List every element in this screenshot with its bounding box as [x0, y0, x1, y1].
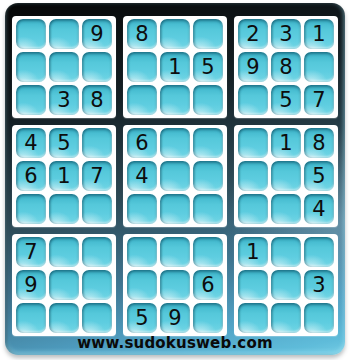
cell-r6c2[interactable]: [49, 194, 79, 224]
cell-r7c8[interactable]: [271, 237, 301, 267]
cell-r6c3[interactable]: [82, 194, 112, 224]
box-4: 45617: [12, 125, 116, 227]
cell-r8c9[interactable]: 3: [304, 270, 334, 300]
cell-r3c3[interactable]: 8: [82, 85, 112, 115]
cell-r5c4[interactable]: 4: [127, 161, 157, 191]
cell-r4c9[interactable]: 8: [304, 128, 334, 158]
cell-r9c6[interactable]: [193, 303, 223, 333]
sudoku-board: 938 815 2319857 45617 64 1854 79 659 13: [12, 16, 338, 336]
cell-r9c7[interactable]: [238, 303, 268, 333]
cell-r1c1[interactable]: [16, 19, 46, 49]
cell-r7c5[interactable]: [160, 237, 190, 267]
cell-r4c7[interactable]: [238, 128, 268, 158]
cell-r8c3[interactable]: [82, 270, 112, 300]
cell-r4c5[interactable]: [160, 128, 190, 158]
box-2: 815: [123, 16, 227, 118]
cell-r1c8[interactable]: 3: [271, 19, 301, 49]
cell-r8c4[interactable]: [127, 270, 157, 300]
cell-r1c9[interactable]: 1: [304, 19, 334, 49]
cell-r4c8[interactable]: 1: [271, 128, 301, 158]
box-7: 79: [12, 234, 116, 336]
cell-r3c9[interactable]: 7: [304, 85, 334, 115]
cell-r2c4[interactable]: [127, 52, 157, 82]
cell-r7c3[interactable]: [82, 237, 112, 267]
cell-r4c4[interactable]: 6: [127, 128, 157, 158]
cell-r1c2[interactable]: [49, 19, 79, 49]
cell-r7c2[interactable]: [49, 237, 79, 267]
cell-r8c5[interactable]: [160, 270, 190, 300]
cell-r6c1[interactable]: [16, 194, 46, 224]
cell-r6c4[interactable]: [127, 194, 157, 224]
cell-r2c8[interactable]: 8: [271, 52, 301, 82]
cell-r6c6[interactable]: [193, 194, 223, 224]
cell-r4c2[interactable]: 5: [49, 128, 79, 158]
cell-r5c8[interactable]: [271, 161, 301, 191]
cell-r2c6[interactable]: 5: [193, 52, 223, 82]
cell-r3c2[interactable]: 3: [49, 85, 79, 115]
cell-r3c5[interactable]: [160, 85, 190, 115]
box-3: 2319857: [234, 16, 338, 118]
cell-r1c3[interactable]: 9: [82, 19, 112, 49]
cell-r9c8[interactable]: [271, 303, 301, 333]
cell-r5c1[interactable]: 6: [16, 161, 46, 191]
cell-r2c1[interactable]: [16, 52, 46, 82]
cell-r1c6[interactable]: [193, 19, 223, 49]
box-8: 659: [123, 234, 227, 336]
cell-r5c9[interactable]: 5: [304, 161, 334, 191]
cell-r5c6[interactable]: [193, 161, 223, 191]
cell-r4c3[interactable]: [82, 128, 112, 158]
site-url: www.sudokusweb.com: [5, 334, 345, 352]
cell-r8c2[interactable]: [49, 270, 79, 300]
cell-r2c9[interactable]: [304, 52, 334, 82]
cell-r7c6[interactable]: [193, 237, 223, 267]
cell-r6c8[interactable]: [271, 194, 301, 224]
cell-r3c7[interactable]: [238, 85, 268, 115]
cell-r8c6[interactable]: 6: [193, 270, 223, 300]
cell-r9c4[interactable]: 5: [127, 303, 157, 333]
cell-r1c7[interactable]: 2: [238, 19, 268, 49]
cell-r7c7[interactable]: 1: [238, 237, 268, 267]
cell-r7c4[interactable]: [127, 237, 157, 267]
cell-r5c5[interactable]: [160, 161, 190, 191]
cell-r9c5[interactable]: 9: [160, 303, 190, 333]
cell-r1c4[interactable]: 8: [127, 19, 157, 49]
cell-r6c9[interactable]: 4: [304, 194, 334, 224]
cell-r6c5[interactable]: [160, 194, 190, 224]
box-9: 13: [234, 234, 338, 336]
cell-r3c6[interactable]: [193, 85, 223, 115]
cell-r9c3[interactable]: [82, 303, 112, 333]
cell-r3c8[interactable]: 5: [271, 85, 301, 115]
cell-r4c1[interactable]: 4: [16, 128, 46, 158]
cell-r5c3[interactable]: 7: [82, 161, 112, 191]
cell-r2c5[interactable]: 1: [160, 52, 190, 82]
box-5: 64: [123, 125, 227, 227]
cell-r9c9[interactable]: [304, 303, 334, 333]
cell-r9c1[interactable]: [16, 303, 46, 333]
cell-r9c2[interactable]: [49, 303, 79, 333]
box-6: 1854: [234, 125, 338, 227]
cell-r7c1[interactable]: 7: [16, 237, 46, 267]
cell-r6c7[interactable]: [238, 194, 268, 224]
cell-r3c1[interactable]: [16, 85, 46, 115]
cell-r3c4[interactable]: [127, 85, 157, 115]
cell-r5c7[interactable]: [238, 161, 268, 191]
cell-r4c6[interactable]: [193, 128, 223, 158]
cell-r2c3[interactable]: [82, 52, 112, 82]
board-frame: 938 815 2319857 45617 64 1854 79 659 13 …: [5, 3, 345, 355]
cell-r8c1[interactable]: 9: [16, 270, 46, 300]
cell-r5c2[interactable]: 1: [49, 161, 79, 191]
cell-r8c7[interactable]: [238, 270, 268, 300]
cell-r1c5[interactable]: [160, 19, 190, 49]
cell-r2c7[interactable]: 9: [238, 52, 268, 82]
cell-r8c8[interactable]: [271, 270, 301, 300]
cell-r7c9[interactable]: [304, 237, 334, 267]
cell-r2c2[interactable]: [49, 52, 79, 82]
box-1: 938: [12, 16, 116, 118]
